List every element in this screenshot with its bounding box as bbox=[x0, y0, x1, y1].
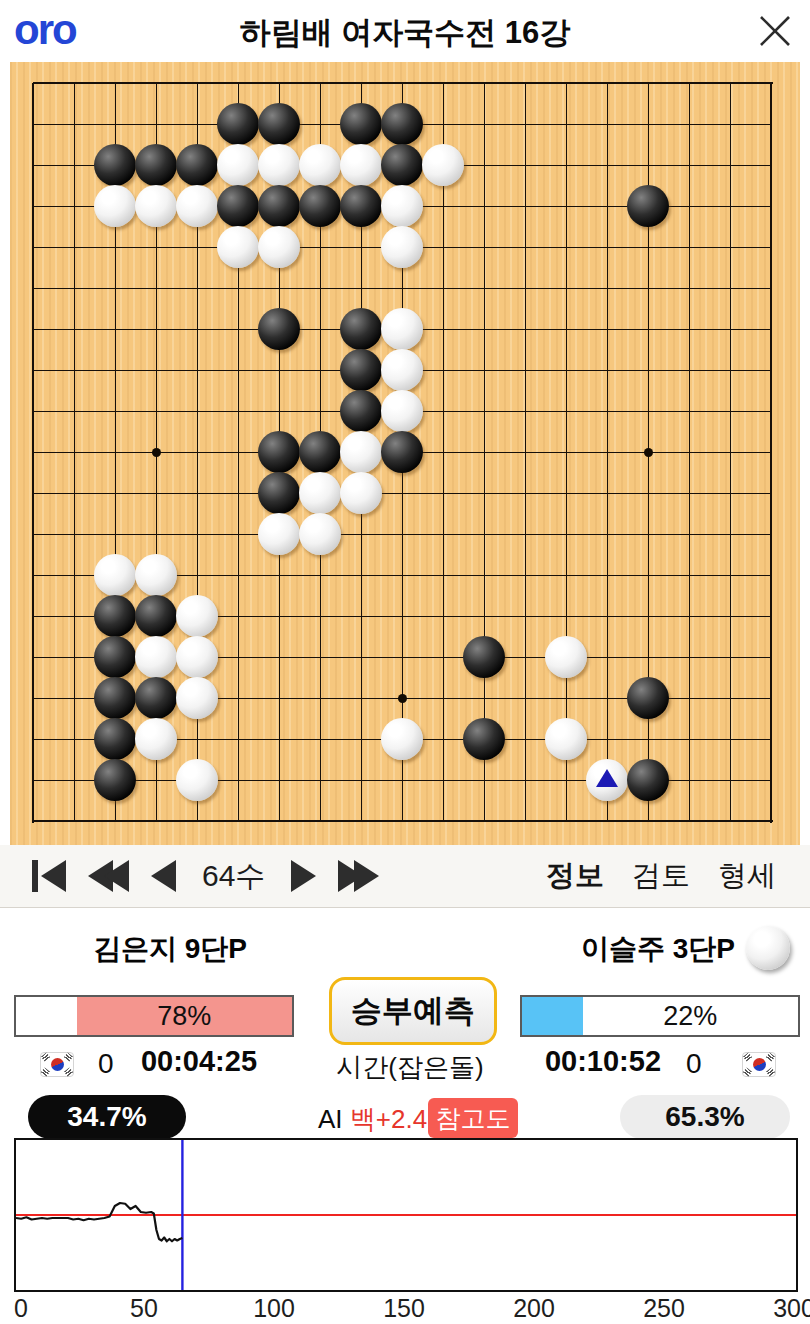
winrate-graph[interactable] bbox=[14, 1138, 798, 1292]
fast-forward-button[interactable] bbox=[338, 860, 379, 892]
white-stone bbox=[381, 226, 423, 268]
white-territory-pill: 65.3% bbox=[620, 1095, 790, 1139]
white-stone bbox=[176, 759, 218, 801]
white-captures: 0 bbox=[686, 1048, 702, 1080]
black-stone bbox=[258, 472, 300, 514]
black-stone bbox=[217, 103, 259, 145]
white-winrate-value: 22% bbox=[583, 997, 798, 1035]
black-stone bbox=[340, 349, 382, 391]
white-stone bbox=[135, 718, 177, 760]
black-clock: 00:04:25 bbox=[134, 1045, 264, 1078]
white-stone bbox=[176, 185, 218, 227]
white-stone bbox=[94, 554, 136, 596]
white-stone bbox=[340, 472, 382, 514]
star-point bbox=[398, 694, 407, 703]
black-stone bbox=[381, 103, 423, 145]
reference-diagram-button[interactable]: 참고도 bbox=[428, 1098, 518, 1138]
black-territory-pill: 34.7% bbox=[28, 1095, 186, 1139]
white-stone bbox=[135, 185, 177, 227]
white-stone bbox=[299, 144, 341, 186]
white-stone bbox=[135, 636, 177, 678]
grid-line-h bbox=[33, 534, 772, 535]
back-icon bbox=[151, 860, 176, 892]
white-stone bbox=[176, 636, 218, 678]
black-stone bbox=[381, 144, 423, 186]
black-stone bbox=[94, 595, 136, 637]
black-stone bbox=[340, 308, 382, 350]
black-stone bbox=[94, 636, 136, 678]
white-clock: 00:10:52 bbox=[528, 1045, 678, 1078]
black-stone bbox=[627, 759, 669, 801]
ai-label: AI bbox=[318, 1104, 343, 1134]
white-player-flag-icon bbox=[742, 1052, 776, 1077]
black-stone bbox=[258, 431, 300, 473]
black-stone bbox=[94, 677, 136, 719]
black-captures: 0 bbox=[98, 1048, 114, 1080]
white-player-name: 이슬주 3단P bbox=[480, 930, 735, 968]
white-stone bbox=[176, 595, 218, 637]
ai-eval-value: 백+2.4 bbox=[350, 1104, 427, 1134]
graph-x-tick-label: 150 bbox=[383, 1294, 425, 1323]
ai-eval-line: AI 백+2.4 bbox=[318, 1102, 427, 1137]
grid-line-v bbox=[484, 83, 485, 822]
graph-x-tick-label: 100 bbox=[253, 1294, 295, 1323]
grid-line-h bbox=[33, 493, 772, 494]
white-stone bbox=[217, 226, 259, 268]
black-stone bbox=[299, 431, 341, 473]
white-stone bbox=[217, 144, 259, 186]
nav-controls: 64수 bbox=[0, 856, 379, 897]
black-stone bbox=[94, 718, 136, 760]
white-stone bbox=[258, 144, 300, 186]
black-player-flag-icon bbox=[40, 1052, 74, 1077]
white-stone bbox=[176, 677, 218, 719]
grid-line-v bbox=[770, 83, 772, 823]
tab-status[interactable]: 형세 bbox=[718, 856, 776, 896]
white-stone bbox=[340, 431, 382, 473]
time-caption: 시간(잡은돌) bbox=[320, 1050, 500, 1085]
grid-line-v bbox=[443, 83, 444, 822]
grid-line-v bbox=[689, 83, 690, 822]
black-stone bbox=[381, 431, 423, 473]
white-stone bbox=[258, 513, 300, 555]
black-stone bbox=[627, 185, 669, 227]
white-stone bbox=[299, 513, 341, 555]
black-stone bbox=[135, 677, 177, 719]
black-stone bbox=[135, 595, 177, 637]
first-move-icon bbox=[32, 860, 38, 892]
black-player-name: 김은지 9단P bbox=[0, 930, 340, 968]
white-stone bbox=[381, 185, 423, 227]
white-stone bbox=[381, 308, 423, 350]
graph-x-tick-label: 200 bbox=[513, 1294, 555, 1323]
tab-info[interactable]: 정보 bbox=[546, 856, 604, 896]
white-stone-icon bbox=[746, 926, 790, 970]
black-stone bbox=[340, 103, 382, 145]
white-stone bbox=[94, 185, 136, 227]
black-stone bbox=[135, 144, 177, 186]
tab-review[interactable]: 검토 bbox=[632, 856, 690, 896]
fast-back-button[interactable] bbox=[88, 860, 129, 892]
graph-x-tick-label: 0 bbox=[14, 1294, 28, 1323]
black-stone bbox=[463, 636, 505, 678]
white-stone bbox=[422, 144, 464, 186]
move-counter: 64수 bbox=[198, 856, 269, 897]
black-stone bbox=[340, 185, 382, 227]
last-move-triangle-marker bbox=[596, 769, 618, 787]
star-point bbox=[152, 448, 161, 457]
white-stone bbox=[381, 390, 423, 432]
black-winrate-value: 78% bbox=[77, 997, 292, 1035]
grid-line-v bbox=[607, 83, 608, 822]
star-point bbox=[644, 448, 653, 457]
black-stone bbox=[299, 185, 341, 227]
app-root: oro 하림배 여자국수전 16강 64수 bbox=[0, 0, 810, 1324]
header: oro 하림배 여자국수전 16강 bbox=[0, 0, 810, 62]
grid-line-v bbox=[32, 83, 34, 823]
black-stone bbox=[94, 759, 136, 801]
forward-icon bbox=[291, 860, 316, 892]
grid-line-v bbox=[525, 83, 526, 822]
page-title: 하림배 여자국수전 16강 bbox=[120, 12, 690, 54]
black-stone bbox=[258, 185, 300, 227]
white-stone bbox=[340, 144, 382, 186]
black-stone bbox=[627, 677, 669, 719]
white-winrate-bar: 22% bbox=[520, 995, 800, 1037]
white-stone bbox=[381, 718, 423, 760]
white-stone bbox=[545, 718, 587, 760]
black-stone bbox=[463, 718, 505, 760]
oro-logo: oro bbox=[14, 6, 76, 54]
close-icon[interactable] bbox=[756, 12, 794, 50]
graph-x-tick-label: 250 bbox=[643, 1294, 685, 1323]
back-button[interactable] bbox=[151, 860, 176, 892]
grid-line-h bbox=[33, 82, 773, 84]
grid-line-v bbox=[566, 83, 567, 822]
white-stone bbox=[135, 554, 177, 596]
first-move-button[interactable] bbox=[32, 860, 66, 892]
go-board[interactable] bbox=[10, 62, 800, 845]
forward-button[interactable] bbox=[291, 860, 316, 892]
grid-line-h bbox=[33, 820, 773, 822]
black-stone bbox=[258, 103, 300, 145]
predict-button[interactable]: 승부예측 bbox=[329, 977, 497, 1045]
grid-line-v bbox=[730, 83, 731, 822]
black-stone bbox=[94, 144, 136, 186]
white-stone bbox=[381, 349, 423, 391]
white-stone bbox=[299, 472, 341, 514]
black-stone bbox=[340, 390, 382, 432]
black-stone bbox=[258, 308, 300, 350]
black-stone bbox=[217, 185, 259, 227]
white-stone bbox=[545, 636, 587, 678]
move-nav-bar: 64수 정보 검토 형세 bbox=[0, 845, 810, 908]
nav-tabs: 정보 검토 형세 bbox=[546, 856, 810, 896]
black-stone bbox=[176, 144, 218, 186]
graph-x-tick-label: 300 bbox=[773, 1294, 810, 1323]
black-winrate-bar: 78% bbox=[14, 995, 294, 1037]
white-stone bbox=[258, 226, 300, 268]
graph-x-tick-label: 50 bbox=[130, 1294, 158, 1323]
